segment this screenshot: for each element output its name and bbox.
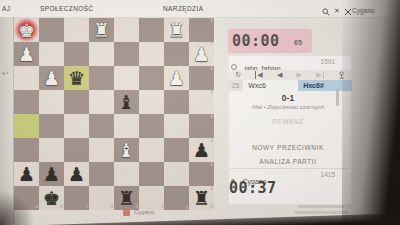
square-g5[interactable] [164, 90, 189, 114]
chess-board[interactable]: ♚♜♜8♟♟7♟♛♟6♝54♝♟3♟♟♟2a♚bcd♜efg♜1h [14, 18, 214, 210]
square-f6[interactable] [139, 66, 164, 90]
file-label-b: b [60, 205, 63, 210]
rank-label-3: 3 [210, 139, 213, 144]
square-g3[interactable] [164, 138, 189, 162]
square-c4[interactable] [64, 114, 89, 138]
rank-label-5: 5 [210, 91, 213, 96]
search-icon[interactable] [322, 8, 330, 16]
square-c2[interactable]: ♟ [64, 162, 89, 186]
square-e7[interactable] [114, 42, 139, 66]
close-icon[interactable]: ✕ [334, 7, 340, 15]
white-piece-d8: ♜ [89, 18, 114, 42]
square-h8[interactable]: 8 [189, 18, 214, 42]
square-e5[interactable]: ♝ [114, 90, 139, 114]
game-result-detail: Mat • Zwycięstwo czarnych [228, 104, 348, 110]
square-f8[interactable] [139, 18, 164, 42]
square-c7[interactable] [64, 42, 89, 66]
square-a7[interactable]: ♟ [14, 42, 39, 66]
opponent-clock: 00:00 65 [228, 29, 312, 53]
move-list-scrollbar[interactable] [336, 88, 339, 106]
white-piece-b6: ♟ [39, 66, 64, 90]
move-number: 25 [228, 80, 243, 91]
file-label-d: d [110, 205, 113, 210]
panel-divider [230, 168, 348, 169]
opponent-clock-hundredths: 65 [294, 39, 302, 46]
last-move-icon[interactable]: ▶ [316, 71, 323, 79]
analysis-button[interactable]: ANALIZA PARTII [228, 158, 348, 165]
square-c5[interactable] [64, 90, 89, 114]
square-g6[interactable]: ♟ [164, 66, 189, 90]
white-piece-e3: ♝ [114, 138, 139, 162]
square-d8[interactable]: ♜ [89, 18, 114, 42]
new-opponent-button[interactable]: NOWY PRZECIWNIK [228, 144, 348, 151]
square-d4[interactable] [89, 114, 114, 138]
move-navigation-bar: ↻ ◀ ◀ ▶ ▶ [228, 70, 352, 80]
white-piece-a7: ♟ [14, 42, 39, 66]
opponent-player-row: jahn_fabian 1591 [231, 57, 349, 67]
square-a5[interactable] [14, 90, 39, 114]
menu-item-cut[interactable]: AJ [2, 5, 10, 12]
rematch-button[interactable]: REWANŻ [228, 118, 348, 125]
square-b7[interactable] [39, 42, 64, 66]
next-move-icon[interactable]: ▶ [297, 71, 302, 79]
analysis-board-icon[interactable] [338, 71, 345, 79]
first-move-icon[interactable]: ◀ [255, 71, 262, 79]
square-f5[interactable] [139, 90, 164, 114]
screen-photo: AJ SPOŁECZNOŚĆ NARZĘDZIA ✕ Cygano ↩ ♚♜♜8… [0, 0, 400, 225]
file-label-g: g [185, 205, 188, 210]
site-header: AJ SPOŁECZNOŚĆ NARZĘDZIA ✕ Cygano [0, 0, 400, 18]
square-b6[interactable]: ♟ [39, 66, 64, 90]
rank-label-8: 8 [210, 19, 213, 24]
square-b2[interactable]: ♟ [39, 162, 64, 186]
file-label-a: a [35, 205, 38, 210]
cycle-icon[interactable]: ↻ [235, 71, 241, 79]
square-c1[interactable]: c [64, 186, 89, 210]
square-c6[interactable]: ♛ [64, 66, 89, 90]
square-d1[interactable]: d [89, 186, 114, 210]
square-d7[interactable] [89, 42, 114, 66]
rank-label-6: 6 [210, 67, 213, 72]
black-piece-c6: ♛ [64, 66, 89, 90]
square-a8[interactable]: ♚ [14, 18, 39, 42]
chat-username[interactable]: Cygano [134, 209, 155, 215]
black-move-current[interactable]: Hxc6# [298, 80, 352, 91]
square-a1[interactable]: a [14, 186, 39, 210]
white-piece-g6: ♟ [164, 66, 189, 90]
footer-text-line [294, 211, 348, 214]
square-e1[interactable]: ♜e [114, 186, 139, 210]
move-list-row: 25 Wxc6 Hxc6# [228, 80, 352, 91]
square-b4[interactable] [39, 114, 64, 138]
square-e6[interactable] [114, 66, 139, 90]
black-piece-e5: ♝ [114, 90, 139, 114]
square-c8[interactable] [64, 18, 89, 42]
white-piece-g8: ♜ [164, 18, 189, 42]
square-f3[interactable] [139, 138, 164, 162]
square-e2[interactable] [114, 162, 139, 186]
square-h1[interactable]: ♜1h [189, 186, 214, 210]
square-b5[interactable] [39, 90, 64, 114]
square-b3[interactable] [39, 138, 64, 162]
square-g7[interactable] [164, 42, 189, 66]
footer-text-line [298, 205, 344, 208]
square-b1[interactable]: ♚b [39, 186, 64, 210]
header-username[interactable]: Cygano [352, 7, 374, 14]
white-move[interactable]: Wxc6 [243, 80, 298, 91]
square-d5[interactable] [89, 90, 114, 114]
opponent-rating: 1591 [321, 58, 335, 65]
browser-screen: AJ SPOŁECZNOŚĆ NARZĘDZIA ✕ Cygano ↩ ♚♜♜8… [0, 0, 400, 225]
square-g4[interactable] [164, 114, 189, 138]
square-a4[interactable] [14, 114, 39, 138]
square-g1[interactable]: g [164, 186, 189, 210]
player-rating: 1415 [321, 171, 335, 178]
square-h6[interactable]: 6 [189, 66, 214, 90]
square-g2[interactable] [164, 162, 189, 186]
file-label-c: c [86, 205, 88, 210]
square-d6[interactable] [89, 66, 114, 90]
square-f1[interactable]: f [139, 186, 164, 210]
white-piece-a8: ♚ [14, 18, 39, 42]
game-result: 0-1 [228, 93, 348, 103]
square-h7[interactable]: ♟7 [189, 42, 214, 66]
square-f4[interactable] [139, 114, 164, 138]
player-clock: 00:37 [229, 179, 277, 197]
square-b8[interactable] [39, 18, 64, 42]
black-piece-c2: ♟ [64, 162, 89, 186]
square-f7[interactable] [139, 42, 164, 66]
square-d2[interactable] [89, 162, 114, 186]
square-a6[interactable] [14, 66, 39, 90]
square-h2[interactable]: 2 [189, 162, 214, 186]
player-row: Cygano 1415 [231, 170, 349, 179]
rank-label-4: 4 [210, 115, 213, 120]
black-piece-a2: ♟ [14, 162, 39, 186]
square-a3[interactable] [14, 138, 39, 162]
square-e4[interactable] [114, 114, 139, 138]
square-f2[interactable] [139, 162, 164, 186]
square-e8[interactable] [114, 18, 139, 42]
file-label-h: h [210, 205, 213, 210]
square-a2[interactable]: ♟ [14, 162, 39, 186]
chat-flair-icon [123, 209, 130, 216]
square-g8[interactable]: ♜ [164, 18, 189, 42]
rank-label-7: 7 [210, 43, 213, 48]
previous-move-icon[interactable]: ◀ [277, 71, 282, 79]
opponent-clock-time: 00:00 [232, 32, 280, 50]
black-piece-b2: ♟ [39, 162, 64, 186]
square-e3[interactable]: ♝ [114, 138, 139, 162]
menu-item-tools[interactable]: NARZĘDZIA [163, 5, 203, 12]
file-label-f: f [162, 205, 163, 210]
undo-arrow-icon: ↩ [2, 69, 9, 78]
rank-label-2: 2 [210, 163, 213, 168]
square-d3[interactable] [89, 138, 114, 162]
square-h4[interactable]: 4 [189, 114, 214, 138]
square-c3[interactable] [64, 138, 89, 162]
menu-item-community[interactable]: SPOŁECZNOŚĆ [40, 5, 94, 12]
square-h3[interactable]: ♟3 [189, 138, 214, 162]
crossed-swords-icon[interactable] [344, 8, 352, 16]
background-window-edge: ↩ [0, 17, 14, 225]
square-h5[interactable]: 5 [189, 90, 214, 114]
rank-label-1: 1 [210, 187, 213, 192]
